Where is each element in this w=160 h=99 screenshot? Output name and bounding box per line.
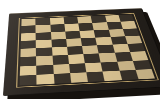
chess-board [3, 8, 160, 96]
product-photo-chessboard [0, 0, 160, 99]
board-grid [20, 15, 155, 86]
board-frame [3, 8, 160, 96]
board-pinstripe-inlay [16, 13, 159, 88]
board-square [37, 74, 54, 85]
board-square [20, 75, 37, 86]
board-square [86, 71, 104, 82]
board-square [53, 73, 71, 84]
board-square [135, 69, 155, 79]
board-square [70, 72, 88, 83]
